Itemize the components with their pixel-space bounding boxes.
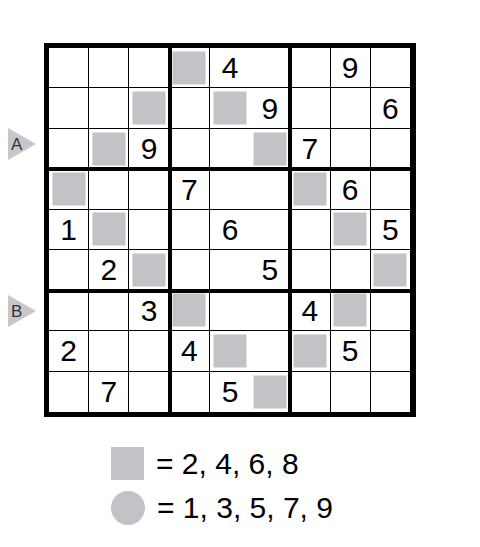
cell-r3c6[interactable] <box>250 129 290 169</box>
cell-r1c6[interactable] <box>250 48 290 88</box>
cell-r3c7[interactable]: 7 <box>290 129 330 169</box>
cell-r2c6[interactable]: 9 <box>250 88 290 128</box>
even-square-swatch <box>111 447 144 480</box>
cell-r1c3[interactable] <box>129 48 169 88</box>
given-digit: 4 <box>181 335 198 366</box>
cell-r5c7[interactable] <box>290 210 330 250</box>
cell-r9c4[interactable] <box>170 372 210 412</box>
given-digit: 3 <box>141 295 158 326</box>
even-cell-marker <box>133 92 166 125</box>
cell-r4c1[interactable] <box>49 169 89 209</box>
cell-r7c3[interactable]: 3 <box>129 291 169 331</box>
cell-r6c8[interactable] <box>331 250 371 290</box>
given-digit: 9 <box>342 52 359 83</box>
cell-r1c1[interactable] <box>49 48 89 88</box>
cell-r7c1[interactable] <box>49 291 89 331</box>
cell-r9c7[interactable] <box>290 372 330 412</box>
row-marker-a: A <box>8 128 36 160</box>
cell-r8c3[interactable] <box>129 331 169 371</box>
given-digit: 9 <box>141 133 158 164</box>
cell-r1c2[interactable] <box>89 48 129 88</box>
cell-r7c5[interactable] <box>210 291 250 331</box>
even-cell-marker <box>253 375 286 408</box>
given-digit: 6 <box>342 174 359 205</box>
cell-r7c4[interactable] <box>170 291 210 331</box>
cell-r5c8[interactable] <box>331 210 371 250</box>
given-digit: 5 <box>342 335 359 366</box>
cell-r1c9[interactable] <box>371 48 411 88</box>
cell-r3c9[interactable] <box>371 129 411 169</box>
even-cell-marker <box>334 294 367 327</box>
given-digit: 7 <box>302 133 319 164</box>
cell-r4c7[interactable] <box>290 169 330 209</box>
given-digit: 4 <box>302 295 319 326</box>
cell-r9c5[interactable]: 5 <box>210 372 250 412</box>
cell-r4c5[interactable] <box>210 169 250 209</box>
cell-r3c1[interactable] <box>49 129 89 169</box>
given-digit: 6 <box>222 214 239 245</box>
row-marker-b: B <box>8 295 36 327</box>
cell-r3c2[interactable] <box>89 129 129 169</box>
cell-r5c6[interactable] <box>250 210 290 250</box>
given-digit: 5 <box>222 376 239 407</box>
cell-r3c3[interactable]: 9 <box>129 129 169 169</box>
cell-r3c4[interactable] <box>170 129 210 169</box>
given-digit: 1 <box>60 214 77 245</box>
even-cell-marker <box>334 213 367 246</box>
cell-r5c1[interactable]: 1 <box>49 210 89 250</box>
cell-r4c2[interactable] <box>89 169 129 209</box>
cell-r4c8[interactable]: 6 <box>331 169 371 209</box>
even-cell-marker <box>213 92 246 125</box>
given-digit: 7 <box>100 376 117 407</box>
cell-r9c9[interactable] <box>371 372 411 412</box>
cell-r9c6[interactable] <box>250 372 290 412</box>
legend-even-label: = 2, 4, 6, 8 <box>156 449 299 479</box>
cell-r1c5[interactable]: 4 <box>210 48 250 88</box>
cell-r6c2[interactable]: 2 <box>89 250 129 290</box>
given-digit: 2 <box>60 335 77 366</box>
cell-r4c4[interactable]: 7 <box>170 169 210 209</box>
legend: = 2, 4, 6, 8 = 1, 3, 5, 7, 9 <box>111 447 333 524</box>
cell-r2c4[interactable] <box>170 88 210 128</box>
cell-r5c5[interactable]: 6 <box>210 210 250 250</box>
cell-r3c8[interactable] <box>331 129 371 169</box>
given-digit: 5 <box>261 254 278 285</box>
cell-r6c9[interactable] <box>371 250 411 290</box>
cell-r8c2[interactable] <box>89 331 129 371</box>
cell-r7c6[interactable] <box>250 291 290 331</box>
even-cell-marker <box>92 132 125 165</box>
legend-even-row: = 2, 4, 6, 8 <box>111 447 333 480</box>
given-digit: 2 <box>100 254 117 285</box>
cell-r5c3[interactable] <box>129 210 169 250</box>
odd-circle-swatch <box>111 491 145 525</box>
even-cell-marker <box>213 334 246 367</box>
even-cell-marker <box>133 253 166 286</box>
cell-r6c7[interactable] <box>290 250 330 290</box>
cell-r8c5[interactable] <box>210 331 250 371</box>
cell-r5c4[interactable] <box>170 210 210 250</box>
legend-odd-label: = 1, 3, 5, 7, 9 <box>157 493 333 523</box>
puzzle-page: A B 49969776165253424575 = 2, 4, 6, 8 = … <box>0 0 480 547</box>
even-cell-marker <box>52 173 85 206</box>
cell-r7c9[interactable] <box>371 291 411 331</box>
cell-r8c7[interactable] <box>290 331 330 371</box>
given-digit: 4 <box>222 52 239 83</box>
sudoku-board: 49969776165253424575 <box>44 43 416 417</box>
cell-r7c2[interactable] <box>89 291 129 331</box>
given-digit: 5 <box>382 214 399 245</box>
cell-r9c1[interactable] <box>49 372 89 412</box>
cell-r8c8[interactable]: 5 <box>331 331 371 371</box>
even-cell-marker <box>173 294 206 327</box>
cell-r4c6[interactable] <box>250 169 290 209</box>
cell-r4c9[interactable] <box>371 169 411 209</box>
cell-r2c8[interactable] <box>331 88 371 128</box>
cell-r2c2[interactable] <box>89 88 129 128</box>
legend-odd-row: = 1, 3, 5, 7, 9 <box>111 491 333 524</box>
given-digit: 6 <box>382 93 399 124</box>
cell-r7c8[interactable] <box>331 291 371 331</box>
cell-r1c4[interactable] <box>170 48 210 88</box>
row-marker-a-label: A <box>8 136 22 153</box>
cell-r9c2[interactable]: 7 <box>89 372 129 412</box>
cell-r2c1[interactable] <box>49 88 89 128</box>
cell-r8c4[interactable]: 4 <box>170 331 210 371</box>
cell-r5c2[interactable] <box>89 210 129 250</box>
given-digit: 7 <box>181 174 198 205</box>
cell-r1c8[interactable]: 9 <box>331 48 371 88</box>
cell-r6c4[interactable] <box>170 250 210 290</box>
given-digit: 9 <box>261 93 278 124</box>
cell-r8c1[interactable]: 2 <box>49 331 89 371</box>
cell-r3c5[interactable] <box>210 129 250 169</box>
cell-r6c1[interactable] <box>49 250 89 290</box>
cell-r9c8[interactable] <box>331 372 371 412</box>
cell-r2c9[interactable]: 6 <box>371 88 411 128</box>
even-cell-marker <box>293 173 326 206</box>
cell-r7c7[interactable]: 4 <box>290 291 330 331</box>
cell-r4c3[interactable] <box>129 169 169 209</box>
cell-r6c3[interactable] <box>129 250 169 290</box>
even-cell-marker <box>374 253 407 286</box>
cell-r8c9[interactable] <box>371 331 411 371</box>
even-cell-marker <box>293 334 326 367</box>
even-cell-marker <box>92 213 125 246</box>
even-cell-marker <box>173 51 206 84</box>
cell-r2c5[interactable] <box>210 88 250 128</box>
cell-r1c7[interactable] <box>290 48 330 88</box>
even-cell-marker <box>253 132 286 165</box>
row-marker-b-label: B <box>8 303 22 320</box>
cell-r2c3[interactable] <box>129 88 169 128</box>
cell-r2c7[interactable] <box>290 88 330 128</box>
cell-r5c9[interactable]: 5 <box>371 210 411 250</box>
cell-r9c3[interactable] <box>129 372 169 412</box>
cell-r6c6[interactable]: 5 <box>250 250 290 290</box>
cell-r6c5[interactable] <box>210 250 250 290</box>
cell-r8c6[interactable] <box>250 331 290 371</box>
